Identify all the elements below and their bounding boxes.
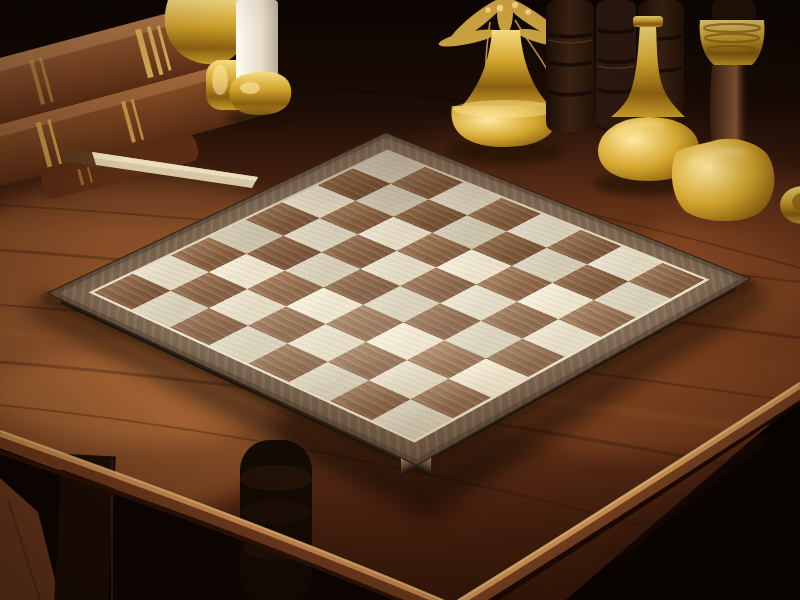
chess-board-area <box>150 36 650 536</box>
chess-board <box>46 132 752 466</box>
board-field <box>88 150 710 443</box>
square-e1 <box>249 344 328 382</box>
scene-photo <box>0 0 800 600</box>
board-grid <box>94 152 704 440</box>
